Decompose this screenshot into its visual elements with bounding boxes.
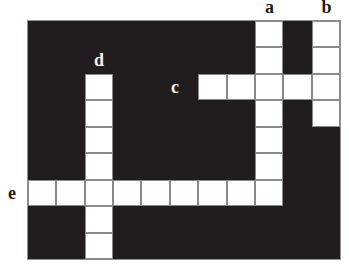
cell-r6c4	[113, 153, 141, 179]
cell-r9c7	[198, 233, 226, 259]
cell-r6c1	[28, 153, 56, 179]
cell-r1c1	[28, 21, 56, 47]
cell-r8c4	[113, 206, 141, 232]
cell-r8c7	[198, 206, 226, 232]
cell-r5c4	[113, 127, 141, 153]
cell-r8c3[interactable]	[85, 206, 113, 232]
cell-r6c10	[283, 153, 311, 179]
cell-r7c7[interactable]	[198, 180, 226, 206]
cell-r5c8	[227, 127, 255, 153]
entry-label-a: a	[255, 0, 284, 20]
cell-r2c1	[28, 47, 56, 73]
cell-r8c11	[312, 206, 340, 232]
cell-r4c8	[227, 100, 255, 126]
cell-r9c3[interactable]	[85, 233, 113, 259]
cell-r6c7	[198, 153, 226, 179]
cell-r5c9[interactable]	[255, 127, 283, 153]
cell-r7c11	[312, 180, 340, 206]
cell-r5c11	[312, 127, 340, 153]
cell-r6c3[interactable]	[85, 153, 113, 179]
cell-r2c11[interactable]	[312, 47, 340, 73]
cell-r4c3[interactable]	[85, 100, 113, 126]
cell-r7c3[interactable]	[85, 180, 113, 206]
cell-r2c8	[227, 47, 255, 73]
cell-r2c9[interactable]	[255, 47, 283, 73]
cell-r1c4	[113, 21, 141, 47]
entry-label-d: d	[85, 47, 113, 73]
cell-r8c8	[227, 206, 255, 232]
cell-r4c2	[56, 100, 84, 126]
cell-r1c11[interactable]	[312, 21, 340, 47]
cell-r1c10	[283, 21, 311, 47]
cell-r1c6	[170, 21, 198, 47]
cell-r3c9[interactable]	[255, 74, 283, 100]
cell-r1c7	[198, 21, 226, 47]
cell-r4c7	[198, 100, 226, 126]
cell-r6c2	[56, 153, 84, 179]
cell-r7c8[interactable]	[227, 180, 255, 206]
cell-r4c11[interactable]	[312, 100, 340, 126]
cell-r7c4[interactable]	[113, 180, 141, 206]
cell-r8c1	[28, 206, 56, 232]
cell-r1c3	[85, 21, 113, 47]
cell-r4c1	[28, 100, 56, 126]
entry-label-b: b	[312, 0, 341, 20]
cell-r3c4	[113, 74, 141, 100]
cell-r9c9	[255, 233, 283, 259]
cell-r8c6	[170, 206, 198, 232]
cell-r9c10	[283, 233, 311, 259]
cell-r2c10	[283, 47, 311, 73]
crossword-board	[27, 20, 341, 260]
cell-r8c5	[141, 206, 169, 232]
cell-r7c5[interactable]	[141, 180, 169, 206]
cell-r2c5	[141, 47, 169, 73]
crossword-diagram: abcde	[0, 0, 349, 266]
cell-r3c10[interactable]	[283, 74, 311, 100]
cell-r3c7[interactable]	[198, 74, 226, 100]
cell-r1c9[interactable]	[255, 21, 283, 47]
cell-r8c2	[56, 206, 84, 232]
cell-r5c10	[283, 127, 311, 153]
cell-r1c5	[141, 21, 169, 47]
cell-r4c5	[141, 100, 169, 126]
cell-r5c2	[56, 127, 84, 153]
cell-r3c1	[28, 74, 56, 100]
cell-r3c2	[56, 74, 84, 100]
cell-r9c4	[113, 233, 141, 259]
cell-r9c2	[56, 233, 84, 259]
cell-r7c10	[283, 180, 311, 206]
cell-r5c1	[28, 127, 56, 153]
cell-r5c6	[170, 127, 198, 153]
entry-label-c: c	[163, 74, 187, 100]
cell-r7c9[interactable]	[255, 180, 283, 206]
entry-label-e: e	[1, 180, 23, 206]
cell-r6c8	[227, 153, 255, 179]
cell-r2c6	[170, 47, 198, 73]
cell-r3c8[interactable]	[227, 74, 255, 100]
cell-r9c1	[28, 233, 56, 259]
cell-r9c11	[312, 233, 340, 259]
cell-r9c8	[227, 233, 255, 259]
cell-r4c4	[113, 100, 141, 126]
cell-r4c10	[283, 100, 311, 126]
cell-r5c3[interactable]	[85, 127, 113, 153]
cell-r6c5	[141, 153, 169, 179]
cell-r4c9[interactable]	[255, 100, 283, 126]
cell-r7c6[interactable]	[170, 180, 198, 206]
cell-r4c6	[170, 100, 198, 126]
cell-r9c6	[170, 233, 198, 259]
cell-r2c7	[198, 47, 226, 73]
cell-r5c7	[198, 127, 226, 153]
cell-r1c2	[56, 21, 84, 47]
cell-r3c3[interactable]	[85, 74, 113, 100]
cell-r8c10	[283, 206, 311, 232]
cell-r8c9	[255, 206, 283, 232]
cell-r3c11[interactable]	[312, 74, 340, 100]
cell-r6c6	[170, 153, 198, 179]
cell-r2c4	[113, 47, 141, 73]
cell-r6c9[interactable]	[255, 153, 283, 179]
cell-r5c5	[141, 127, 169, 153]
cell-r7c2[interactable]	[56, 180, 84, 206]
cell-r1c8	[227, 21, 255, 47]
cell-r6c11	[312, 153, 340, 179]
cell-r2c2	[56, 47, 84, 73]
cell-r9c5	[141, 233, 169, 259]
cell-r7c1[interactable]	[28, 180, 56, 206]
crossword-grid	[28, 21, 340, 259]
